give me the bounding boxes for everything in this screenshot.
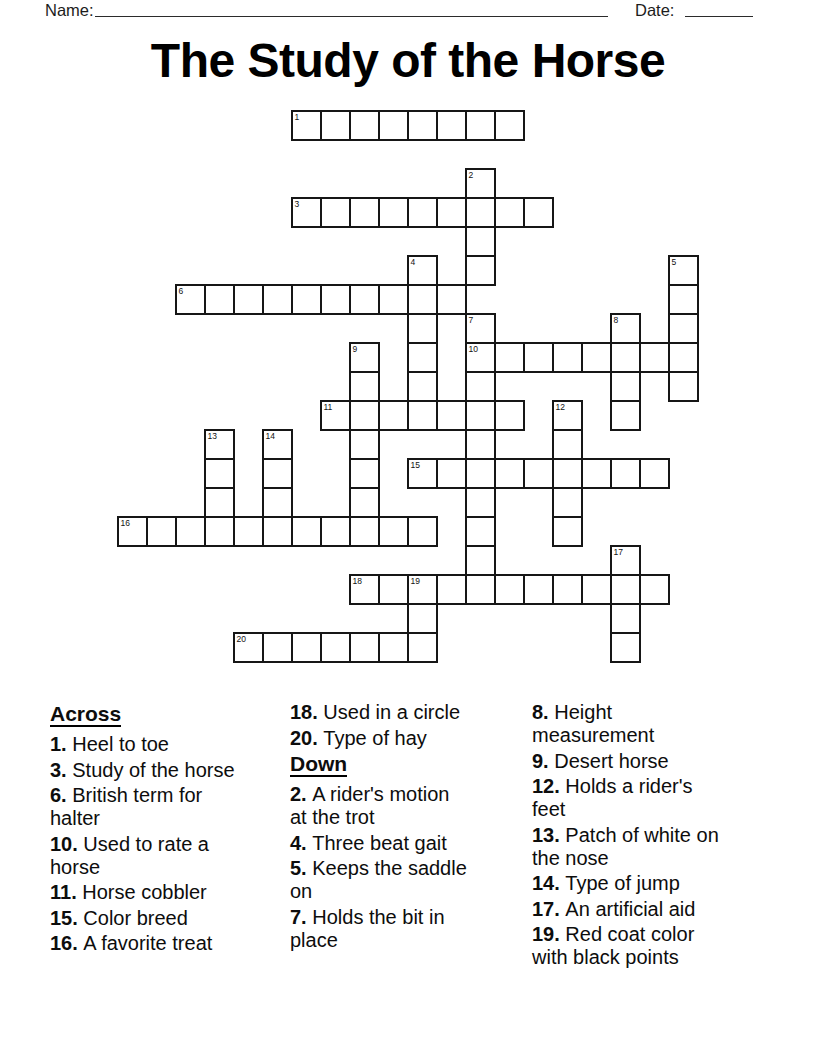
cell-number-19: 19: [411, 576, 420, 586]
grid-cell-r6c10[interactable]: [407, 284, 438, 315]
cell-number-15: 15: [411, 460, 420, 470]
clue-text: Desert horse: [554, 750, 669, 772]
clue-18: 18. Used in a circle: [290, 701, 515, 724]
grid-cell-r12c18[interactable]: [639, 458, 670, 489]
grid-cell-r16c13[interactable]: [494, 574, 525, 605]
grid-cell-r12c5[interactable]: [262, 458, 293, 489]
clue-11: 11. Horse cobbler: [50, 881, 280, 904]
clue-number: 7.: [290, 906, 312, 928]
cell-number-20: 20: [237, 634, 246, 644]
grid-cell-r11c15[interactable]: [552, 429, 583, 460]
clue-text: Heel to toe: [72, 733, 169, 755]
grid-cell-r18c4[interactable]: 20: [233, 632, 264, 663]
grid-cell-r14c5[interactable]: [262, 516, 293, 547]
cell-number-5: 5: [672, 257, 677, 267]
grid-cell-r3c12[interactable]: [465, 197, 496, 228]
clue-19: 19. Red coat color with black points: [532, 923, 782, 969]
grid-cell-r14c7[interactable]: [320, 516, 351, 547]
grid-cell-r16c11[interactable]: [436, 574, 467, 605]
grid-cell-r12c3[interactable]: [204, 458, 235, 489]
clue-number: 17.: [532, 898, 565, 920]
grid-cell-r3c10[interactable]: [407, 197, 438, 228]
grid-cell-r18c9[interactable]: [378, 632, 409, 663]
clue-number: 11.: [50, 881, 82, 903]
cell-number-13: 13: [208, 431, 217, 441]
grid-cell-r0c8[interactable]: [349, 110, 380, 141]
grid-cell-r8c8[interactable]: 9: [349, 342, 380, 373]
clue-2: 2. A rider's motion at the trot: [290, 783, 515, 829]
puzzle-title: The Study of the Horse: [0, 33, 816, 88]
grid-cell-r16c8[interactable]: 18: [349, 574, 380, 605]
grid-cell-r12c14[interactable]: [523, 458, 554, 489]
grid-cell-r4c12[interactable]: [465, 226, 496, 257]
grid-cell-r12c12[interactable]: [465, 458, 496, 489]
grid-cell-r13c5[interactable]: [262, 487, 293, 518]
cell-number-16: 16: [121, 518, 130, 528]
grid-cell-r9c8[interactable]: [349, 371, 380, 402]
clue-heading-down: Down: [290, 752, 347, 777]
cell-number-17: 17: [614, 547, 623, 557]
grid-cell-r17c17[interactable]: [610, 603, 641, 634]
grid-cell-r10c15[interactable]: 12: [552, 400, 583, 431]
grid-cell-r6c3[interactable]: [204, 284, 235, 315]
grid-cell-r6c5[interactable]: [262, 284, 293, 315]
grid-cell-r0c6[interactable]: 1: [291, 110, 322, 141]
grid-cell-r12c17[interactable]: [610, 458, 641, 489]
cell-number-9: 9: [353, 344, 358, 354]
grid-cell-r12c15[interactable]: [552, 458, 583, 489]
grid-cell-r3c7[interactable]: [320, 197, 351, 228]
grid-cell-r14c8[interactable]: [349, 516, 380, 547]
grid-cell-r9c17[interactable]: [610, 371, 641, 402]
grid-cell-r18c10[interactable]: [407, 632, 438, 663]
grid-cell-r0c9[interactable]: [378, 110, 409, 141]
name-blank-line[interactable]: [95, 0, 608, 17]
clue-number: 6.: [50, 784, 72, 806]
grid-cell-r7c10[interactable]: [407, 313, 438, 344]
grid-cell-r14c9[interactable]: [378, 516, 409, 547]
clue-text: Study of the horse: [72, 759, 234, 781]
cell-number-10: 10: [469, 344, 478, 354]
grid-cell-r8c12[interactable]: 10: [465, 342, 496, 373]
grid-cell-r10c12[interactable]: [465, 400, 496, 431]
clue-15: 15. Color breed: [50, 907, 280, 930]
clue-number: 15.: [50, 907, 83, 929]
grid-cell-r14c0[interactable]: 16: [117, 516, 148, 547]
grid-cell-r6c11[interactable]: [436, 284, 467, 315]
grid-cell-r3c14[interactable]: [523, 197, 554, 228]
grid-cell-r6c8[interactable]: [349, 284, 380, 315]
grid-cell-r8c17[interactable]: [610, 342, 641, 373]
clue-number: 3.: [50, 759, 72, 781]
clue-number: 4.: [290, 832, 312, 854]
grid-cell-r0c12[interactable]: [465, 110, 496, 141]
name-label: Name:: [45, 1, 94, 20]
grid-cell-r14c2[interactable]: [175, 516, 206, 547]
cell-number-6: 6: [179, 286, 184, 296]
grid-cell-r3c13[interactable]: [494, 197, 525, 228]
clue-text: A rider's motion at the trot: [290, 783, 449, 828]
grid-cell-r16c15[interactable]: [552, 574, 583, 605]
grid-cell-r15c17[interactable]: 17: [610, 545, 641, 576]
grid-cell-r7c12[interactable]: 7: [465, 313, 496, 344]
clue-6: 6. British term for halter: [50, 784, 280, 830]
grid-cell-r14c3[interactable]: [204, 516, 235, 547]
clue-number: 5.: [290, 857, 312, 879]
grid-cell-r0c7[interactable]: [320, 110, 351, 141]
clue-17: 17. An artificial aid: [532, 898, 782, 921]
grid-cell-r14c6[interactable]: [291, 516, 322, 547]
clue-text: Type of hay: [323, 727, 426, 749]
grid-cell-r8c16[interactable]: [581, 342, 612, 373]
clue-text: A favorite treat: [83, 932, 212, 954]
grid-cell-r8c13[interactable]: [494, 342, 525, 373]
clues-column-2: 18. Used in a circle20. Type of hayDown2…: [290, 701, 515, 954]
cell-number-3: 3: [295, 199, 300, 209]
grid-cell-r15c12[interactable]: [465, 545, 496, 576]
grid-cell-r6c4[interactable]: [233, 284, 264, 315]
clue-7: 7. Holds the bit in place: [290, 906, 515, 952]
cell-number-14: 14: [266, 431, 275, 441]
grid-cell-r10c8[interactable]: [349, 400, 380, 431]
grid-cell-r3c6[interactable]: 3: [291, 197, 322, 228]
clues-column-3: 8. Height measurement9. Desert horse12. …: [532, 701, 782, 972]
grid-cell-r9c10[interactable]: [407, 371, 438, 402]
grid-cell-r16c9[interactable]: [378, 574, 409, 605]
grid-cell-r9c12[interactable]: [465, 371, 496, 402]
grid-cell-r6c19[interactable]: [668, 284, 699, 315]
crossword-grid: 1234567891011121314151617181920: [117, 110, 700, 664]
grid-cell-r18c8[interactable]: [349, 632, 380, 663]
grid-cell-r7c17[interactable]: 8: [610, 313, 641, 344]
clue-heading-across: Across: [50, 702, 121, 727]
clue-heading-row: Across: [50, 702, 280, 727]
grid-cell-r12c16[interactable]: [581, 458, 612, 489]
clue-number: 10.: [50, 833, 83, 855]
grid-cell-r16c10[interactable]: 19: [407, 574, 438, 605]
clue-text: Keeps the saddle on: [290, 857, 467, 902]
cell-number-1: 1: [295, 112, 300, 122]
crossword-worksheet: Name: Date: The Study of the Horse 12345…: [0, 0, 816, 1056]
clue-text: An artificial aid: [565, 898, 695, 920]
grid-cell-r13c3[interactable]: [204, 487, 235, 518]
grid-cell-r8c14[interactable]: [523, 342, 554, 373]
grid-cell-r18c6[interactable]: [291, 632, 322, 663]
grid-cell-r10c10[interactable]: [407, 400, 438, 431]
clue-number: 19.: [532, 923, 565, 945]
clue-20: 20. Type of hay: [290, 727, 515, 750]
clue-number: 14.: [532, 872, 565, 894]
clue-10: 10. Used to rate a horse: [50, 833, 280, 879]
grid-cell-r14c15[interactable]: [552, 516, 583, 547]
clue-9: 9. Desert horse: [532, 750, 782, 773]
grid-cell-r16c17[interactable]: [610, 574, 641, 605]
grid-cell-r10c11[interactable]: [436, 400, 467, 431]
grid-cell-r16c12[interactable]: [465, 574, 496, 605]
grid-cell-r8c15[interactable]: [552, 342, 583, 373]
clue-3: 3. Study of the horse: [50, 759, 280, 782]
clue-1: 1. Heel to toe: [50, 733, 280, 756]
clue-number: 13.: [532, 824, 565, 846]
grid-cell-r2c12[interactable]: 2: [465, 168, 496, 199]
grid-cell-r0c13[interactable]: [494, 110, 525, 141]
grid-cell-r14c12[interactable]: [465, 516, 496, 547]
grid-cell-r14c4[interactable]: [233, 516, 264, 547]
clue-number: 1.: [50, 733, 72, 755]
grid-cell-r14c10[interactable]: [407, 516, 438, 547]
grid-cell-r11c5[interactable]: 14: [262, 429, 293, 460]
grid-cell-r10c17[interactable]: [610, 400, 641, 431]
grid-cell-r3c11[interactable]: [436, 197, 467, 228]
grid-cell-r6c9[interactable]: [378, 284, 409, 315]
grid-cell-r13c8[interactable]: [349, 487, 380, 518]
clue-text: Holds the bit in place: [290, 906, 445, 951]
grid-cell-r3c8[interactable]: [349, 197, 380, 228]
clue-number: 8.: [532, 701, 554, 723]
grid-cell-r14c1[interactable]: [146, 516, 177, 547]
cell-number-11: 11: [324, 402, 333, 412]
grid-cell-r18c5[interactable]: [262, 632, 293, 663]
clue-text: British term for halter: [50, 784, 202, 829]
clue-number: 16.: [50, 932, 83, 954]
date-label: Date:: [635, 1, 674, 20]
grid-cell-r12c8[interactable]: [349, 458, 380, 489]
clue-heading-row: Down: [290, 752, 515, 777]
cell-number-2: 2: [469, 170, 474, 180]
grid-cell-r6c6[interactable]: [291, 284, 322, 315]
grid-cell-r10c7[interactable]: 11: [320, 400, 351, 431]
cell-number-18: 18: [353, 576, 362, 586]
grid-cell-r16c16[interactable]: [581, 574, 612, 605]
clue-text: Three beat gait: [312, 832, 447, 854]
cell-number-7: 7: [469, 315, 474, 325]
clue-number: 18.: [290, 701, 323, 723]
grid-cell-r8c18[interactable]: [639, 342, 670, 373]
grid-cell-r13c15[interactable]: [552, 487, 583, 518]
clues-column-1: Across1. Heel to toe3. Study of the hors…: [50, 701, 280, 958]
grid-cell-r10c13[interactable]: [494, 400, 525, 431]
grid-cell-r5c12[interactable]: [465, 255, 496, 286]
grid-cell-r5c10[interactable]: 4: [407, 255, 438, 286]
clue-4: 4. Three beat gait: [290, 832, 515, 855]
grid-cell-r0c11[interactable]: [436, 110, 467, 141]
clue-text: Type of jump: [565, 872, 680, 894]
clue-number: 9.: [532, 750, 554, 772]
date-blank-line[interactable]: [685, 0, 753, 17]
cell-number-4: 4: [411, 257, 416, 267]
clue-5: 5. Keeps the saddle on: [290, 857, 515, 903]
grid-cell-r11c12[interactable]: [465, 429, 496, 460]
grid-cell-r8c19[interactable]: [668, 342, 699, 373]
clue-text: Horse cobbler: [82, 881, 207, 903]
grid-cell-r12c13[interactable]: [494, 458, 525, 489]
clue-text: Color breed: [83, 907, 188, 929]
grid-cell-r3c9[interactable]: [378, 197, 409, 228]
grid-cell-r0c10[interactable]: [407, 110, 438, 141]
clue-14: 14. Type of jump: [532, 872, 782, 895]
grid-cell-r9c19[interactable]: [668, 371, 699, 402]
clue-text: Used in a circle: [323, 701, 460, 723]
grid-cell-r12c11[interactable]: [436, 458, 467, 489]
clue-16: 16. A favorite treat: [50, 932, 280, 955]
grid-cell-r10c9[interactable]: [378, 400, 409, 431]
grid-cell-r11c8[interactable]: [349, 429, 380, 460]
grid-cell-r12c10[interactable]: 15: [407, 458, 438, 489]
clue-13: 13. Patch of white on the nose: [532, 824, 782, 870]
grid-cell-r8c10[interactable]: [407, 342, 438, 373]
clue-number: 12.: [532, 775, 565, 797]
grid-cell-r7c19[interactable]: [668, 313, 699, 344]
grid-cell-r17c10[interactable]: [407, 603, 438, 634]
clue-number: 20.: [290, 727, 323, 749]
grid-cell-r16c14[interactable]: [523, 574, 554, 605]
grid-cell-r5c19[interactable]: 5: [668, 255, 699, 286]
grid-cell-r6c7[interactable]: [320, 284, 351, 315]
grid-cell-r18c7[interactable]: [320, 632, 351, 663]
cell-number-12: 12: [556, 402, 565, 412]
clue-12: 12. Holds a rider's feet: [532, 775, 782, 821]
clue-8: 8. Height measurement: [532, 701, 782, 747]
grid-cell-r18c17[interactable]: [610, 632, 641, 663]
grid-cell-r11c3[interactable]: 13: [204, 429, 235, 460]
cell-number-8: 8: [614, 315, 619, 325]
grid-cell-r6c2[interactable]: 6: [175, 284, 206, 315]
grid-cell-r16c18[interactable]: [639, 574, 670, 605]
grid-cell-r13c12[interactable]: [465, 487, 496, 518]
clue-number: 2.: [290, 783, 312, 805]
